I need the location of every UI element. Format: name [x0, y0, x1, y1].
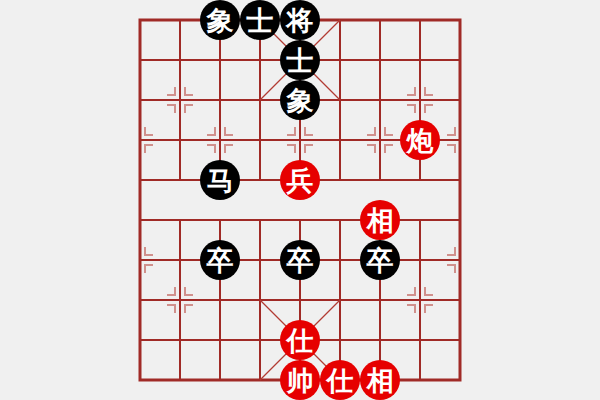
black-elephant-e8-piece[interactable]: 象	[280, 80, 320, 120]
red-cannon-h7-piece[interactable]: 炮	[400, 120, 440, 160]
black-soldier-g4-piece[interactable]: 卒	[360, 240, 400, 280]
xiangqi-app-canvas: 象士将士象炮马兵相卒卒卒仕帅仕相	[0, 0, 600, 400]
red-advisor-e2-piece[interactable]: 仕	[280, 320, 320, 360]
black-elephant-c10-piece[interactable]: 象	[200, 0, 240, 40]
red-advisor-f1-piece[interactable]: 仕	[320, 360, 360, 400]
black-general-e10-piece[interactable]: 将	[280, 0, 320, 40]
red-general-e1-piece[interactable]: 帅	[280, 360, 320, 400]
pieces-layer[interactable]: 象士将士象炮马兵相卒卒卒仕帅仕相	[120, 0, 480, 400]
black-advisor-d10-piece[interactable]: 士	[240, 0, 280, 40]
red-elephant-g1-piece[interactable]: 相	[360, 360, 400, 400]
red-soldier-e6-piece[interactable]: 兵	[280, 160, 320, 200]
red-elephant-g5-piece[interactable]: 相	[360, 200, 400, 240]
black-soldier-e4-piece[interactable]: 卒	[280, 240, 320, 280]
black-soldier-c4-piece[interactable]: 卒	[200, 240, 240, 280]
black-horse-c6-piece[interactable]: 马	[200, 160, 240, 200]
black-advisor-e9-piece[interactable]: 士	[280, 40, 320, 80]
